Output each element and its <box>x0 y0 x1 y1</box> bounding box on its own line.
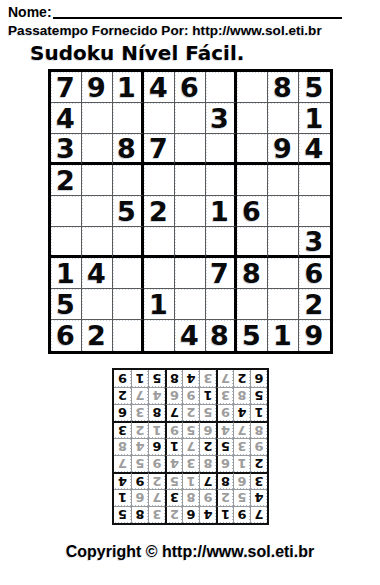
puzzle-cell-r9c2: 2 <box>82 320 113 351</box>
puzzle-cell-r3c2 <box>82 134 113 165</box>
page-title: Sudoku Nível Fácil. <box>30 42 372 65</box>
puzzle-cell-r9c6: 8 <box>206 320 237 351</box>
puzzle-grid: 791468543138794252163147865126248519 <box>48 69 333 354</box>
solution-cell-r2c2: 5 <box>233 489 250 506</box>
solution-cell-r3c7: 2 <box>148 472 165 489</box>
solution-cell-r9c3: 7 <box>216 370 233 387</box>
puzzle-cell-r6c6 <box>206 227 237 258</box>
puzzle-cell-r2c4 <box>144 103 175 134</box>
puzzle-cell-r1c9: 5 <box>299 72 330 103</box>
puzzle-cell-r6c5 <box>175 227 206 258</box>
puzzle-cell-r1c6 <box>206 72 237 103</box>
solution-cell-r9c5: 4 <box>182 370 199 387</box>
puzzle-cell-r6c2 <box>82 227 113 258</box>
puzzle-cell-r1c8: 8 <box>268 72 299 103</box>
solution-cell-r5c7: 6 <box>148 438 165 455</box>
puzzle-cell-r1c4: 4 <box>144 72 175 103</box>
solution-cell-r5c1: 9 <box>250 438 267 455</box>
puzzle-cell-r4c4 <box>144 165 175 196</box>
solution-cell-r9c9: 9 <box>114 370 131 387</box>
solution-cell-r8c9: 2 <box>114 387 131 404</box>
name-row: Nome: <box>8 4 342 20</box>
solution-cell-r9c6: 8 <box>165 370 182 387</box>
solution-cell-r7c6: 7 <box>165 404 182 421</box>
puzzle-cell-r8c6 <box>206 289 237 320</box>
puzzle-cell-r9c7: 5 <box>237 320 268 351</box>
puzzle-cell-r7c5 <box>175 258 206 289</box>
solution-cell-r1c5: 6 <box>182 506 199 523</box>
puzzle-cell-r4c1: 2 <box>51 165 82 196</box>
puzzle-cell-r6c8 <box>268 227 299 258</box>
puzzle-cell-r2c7 <box>237 103 268 134</box>
solution-cell-r3c8: 9 <box>131 472 148 489</box>
puzzle-cell-r2c6: 3 <box>206 103 237 134</box>
puzzle-cell-r8c1: 5 <box>51 289 82 320</box>
solution-cell-r5c9: 8 <box>114 438 131 455</box>
solution-cell-r6c8: 2 <box>131 421 148 438</box>
solution-cell-r1c6: 2 <box>165 506 182 523</box>
puzzle-cell-r3c9: 4 <box>299 134 330 165</box>
puzzle-cell-r4c6 <box>206 165 237 196</box>
solution-cell-r2c7: 7 <box>148 489 165 506</box>
solution-cell-r6c3: 4 <box>216 421 233 438</box>
page-header: Nome: Passatempo Fornecido Por: http://w… <box>0 0 380 65</box>
puzzle-cell-r9c4 <box>144 320 175 351</box>
puzzle-cell-r5c6: 1 <box>206 196 237 227</box>
puzzle-cell-r9c5: 4 <box>175 320 206 351</box>
solution-cell-r8c6: 6 <box>165 387 182 404</box>
puzzle-cell-r7c7: 8 <box>237 258 268 289</box>
puzzle-cell-r4c9 <box>299 165 330 196</box>
solution-cell-r4c8: 5 <box>131 455 148 472</box>
puzzle-cell-r2c5 <box>175 103 206 134</box>
puzzle-cell-r6c4 <box>144 227 175 258</box>
provider-line: Passatempo Fornecido Por: http://www.sol… <box>8 22 372 39</box>
puzzle-cell-r6c9: 3 <box>299 227 330 258</box>
solution-cell-r7c1: 1 <box>250 404 267 421</box>
puzzle-cell-r8c8 <box>268 289 299 320</box>
puzzle-cell-r4c8 <box>268 165 299 196</box>
puzzle-cell-r4c2 <box>82 165 113 196</box>
solution-cell-r6c7: 1 <box>148 421 165 438</box>
solution-cell-r9c4: 3 <box>199 370 216 387</box>
solution-cell-r2c8: 6 <box>131 489 148 506</box>
solution-grid-rotated: 7914623854529837613687152942168349579352… <box>112 368 269 525</box>
puzzle-cell-r5c7: 6 <box>237 196 268 227</box>
puzzle-cell-r2c9: 1 <box>299 103 330 134</box>
solution-cell-r7c7: 8 <box>148 404 165 421</box>
puzzle-cell-r8c4: 1 <box>144 289 175 320</box>
puzzle-cell-r8c9: 2 <box>299 289 330 320</box>
printable-sudoku-page: Nome: Passatempo Fornecido Por: http://w… <box>0 0 380 585</box>
puzzle-cell-r9c3 <box>113 320 144 351</box>
solution-cell-r5c2: 3 <box>233 438 250 455</box>
puzzle-cell-r2c2 <box>82 103 113 134</box>
solution-cell-r1c8: 8 <box>131 506 148 523</box>
solution-cell-r1c2: 9 <box>233 506 250 523</box>
puzzle-cell-r8c5 <box>175 289 206 320</box>
puzzle-cell-r9c8: 1 <box>268 320 299 351</box>
puzzle-cell-r7c6: 7 <box>206 258 237 289</box>
solution-cell-r8c8: 7 <box>131 387 148 404</box>
solution-cell-r5c6: 1 <box>165 438 182 455</box>
puzzle-cell-r3c5 <box>175 134 206 165</box>
solution-cell-r5c4: 2 <box>199 438 216 455</box>
puzzle-cell-r9c9: 9 <box>299 320 330 351</box>
solution-cell-r1c1: 7 <box>250 506 267 523</box>
solution-cell-r1c9: 5 <box>114 506 131 523</box>
puzzle-cell-r3c6 <box>206 134 237 165</box>
solution-cell-r1c3: 1 <box>216 506 233 523</box>
name-fill-line <box>53 17 342 19</box>
solution-cell-r2c5: 8 <box>182 489 199 506</box>
puzzle-cell-r2c1: 4 <box>51 103 82 134</box>
puzzle-cell-r7c1: 1 <box>51 258 82 289</box>
puzzle-cell-r1c7 <box>237 72 268 103</box>
puzzle-cell-r3c3: 8 <box>113 134 144 165</box>
solution-cell-r5c8: 4 <box>131 438 148 455</box>
puzzle-cell-r2c3 <box>113 103 144 134</box>
puzzle-cell-r7c4 <box>144 258 175 289</box>
solution-cell-r8c7: 4 <box>148 387 165 404</box>
puzzle-cell-r6c1 <box>51 227 82 258</box>
puzzle-cell-r4c7 <box>237 165 268 196</box>
solution-cell-r9c2: 2 <box>233 370 250 387</box>
puzzle-cell-r4c5 <box>175 165 206 196</box>
puzzle-cell-r3c1: 3 <box>51 134 82 165</box>
solution-cell-r9c1: 6 <box>250 370 267 387</box>
solution-cell-r7c9: 6 <box>114 404 131 421</box>
puzzle-cell-r6c7 <box>237 227 268 258</box>
solution-cell-r3c1: 3 <box>250 472 267 489</box>
solution-cell-r7c8: 3 <box>131 404 148 421</box>
name-label: Nome: <box>8 4 52 20</box>
solution-cell-r8c5: 9 <box>182 387 199 404</box>
puzzle-cell-r8c2 <box>82 289 113 320</box>
solution-cell-r7c5: 2 <box>182 404 199 421</box>
puzzle-cell-r4c3 <box>113 165 144 196</box>
solution-cell-r8c2: 8 <box>233 387 250 404</box>
solution-cell-r3c5: 1 <box>182 472 199 489</box>
puzzle-cell-r5c2 <box>82 196 113 227</box>
solution-cell-r4c5: 3 <box>182 455 199 472</box>
solution-cell-r3c9: 4 <box>114 472 131 489</box>
solution-cell-r8c4: 1 <box>199 387 216 404</box>
solution-cell-r6c2: 7 <box>233 421 250 438</box>
solution-cell-r8c1: 5 <box>250 387 267 404</box>
solution-cell-r1c4: 4 <box>199 506 216 523</box>
puzzle-cell-r3c4: 7 <box>144 134 175 165</box>
puzzle-cell-r8c7 <box>237 289 268 320</box>
puzzle-cell-r5c5 <box>175 196 206 227</box>
solution-cell-r4c7: 9 <box>148 455 165 472</box>
solution-cell-r2c3: 2 <box>216 489 233 506</box>
copyright: Copyright © http://www.sol.eti.br <box>0 542 380 561</box>
solution-cell-r4c9: 7 <box>114 455 131 472</box>
puzzle-cell-r1c3: 1 <box>113 72 144 103</box>
solution-cell-r4c3: 6 <box>216 455 233 472</box>
solution-cell-r2c1: 4 <box>250 489 267 506</box>
solution-cell-r2c4: 9 <box>199 489 216 506</box>
puzzle-cell-r5c3: 5 <box>113 196 144 227</box>
solution-cell-r3c2: 6 <box>233 472 250 489</box>
puzzle-cell-r7c9: 6 <box>299 258 330 289</box>
solution-cell-r4c1: 2 <box>250 455 267 472</box>
puzzle-cell-r3c8: 9 <box>268 134 299 165</box>
solution-cell-r5c3: 5 <box>216 438 233 455</box>
puzzle-cell-r6c3 <box>113 227 144 258</box>
solution-cell-r4c2: 1 <box>233 455 250 472</box>
solution-cell-r5c5: 7 <box>182 438 199 455</box>
puzzle-cell-r1c5: 6 <box>175 72 206 103</box>
puzzle-cell-r7c2: 4 <box>82 258 113 289</box>
solution-cell-r7c2: 4 <box>233 404 250 421</box>
puzzle-cell-r7c3 <box>113 258 144 289</box>
solution-cell-r1c7: 3 <box>148 506 165 523</box>
puzzle-cell-r3c7 <box>237 134 268 165</box>
puzzle-cell-r5c8 <box>268 196 299 227</box>
solution-cell-r3c4: 7 <box>199 472 216 489</box>
solution-cell-r7c4: 5 <box>199 404 216 421</box>
solution-cell-r6c4: 6 <box>199 421 216 438</box>
solution-cell-r4c4: 8 <box>199 455 216 472</box>
solution-cell-r6c5: 5 <box>182 421 199 438</box>
puzzle-cell-r1c1: 7 <box>51 72 82 103</box>
solution-cell-r4c6: 4 <box>165 455 182 472</box>
puzzle-cell-r7c8 <box>268 258 299 289</box>
solution-cell-r9c7: 5 <box>148 370 165 387</box>
solution-cell-r3c6: 5 <box>165 472 182 489</box>
puzzle-cell-r5c9 <box>299 196 330 227</box>
puzzle-cell-r9c1: 6 <box>51 320 82 351</box>
solution-cell-r6c1: 8 <box>250 421 267 438</box>
solution-cell-r8c3: 3 <box>216 387 233 404</box>
puzzle-cell-r5c4: 2 <box>144 196 175 227</box>
solution-cell-r3c3: 8 <box>216 472 233 489</box>
solution-cell-r2c9: 1 <box>114 489 131 506</box>
puzzle-cell-r1c2: 9 <box>82 72 113 103</box>
solution-cell-r6c6: 9 <box>165 421 182 438</box>
puzzle-cell-r8c3 <box>113 289 144 320</box>
solution-cell-r9c8: 1 <box>131 370 148 387</box>
solution-cell-r6c9: 3 <box>114 421 131 438</box>
solution-cell-r7c3: 9 <box>216 404 233 421</box>
puzzle-cell-r5c1 <box>51 196 82 227</box>
solution-cell-r2c6: 3 <box>165 489 182 506</box>
puzzle-cell-r2c8 <box>268 103 299 134</box>
